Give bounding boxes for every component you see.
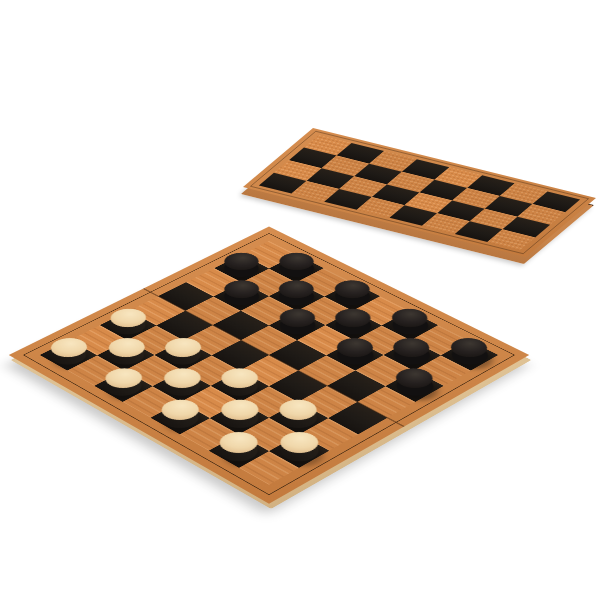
- foreground-board-field: [40, 241, 498, 485]
- foreground-board: [9, 227, 529, 504]
- product-photo-scene: [0, 0, 600, 600]
